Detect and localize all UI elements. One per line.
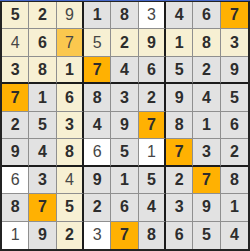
cell-r8c3[interactable]: 5 [57, 194, 84, 221]
cell-r1c5[interactable]: 8 [111, 2, 138, 29]
cell-r2c5[interactable]: 2 [111, 29, 138, 56]
cell-r9c4[interactable]: 3 [84, 222, 111, 249]
cell-r2c3[interactable]: 7 [57, 29, 84, 56]
cell-r1c1[interactable]: 5 [2, 2, 29, 29]
cell-r2c9[interactable]: 3 [221, 29, 248, 56]
cell-r3c8[interactable]: 2 [193, 57, 220, 84]
cell-r3c4[interactable]: 7 [84, 57, 111, 84]
cell-r4c5[interactable]: 3 [111, 84, 138, 111]
cell-r9c3[interactable]: 2 [57, 222, 84, 249]
cell-r8c2[interactable]: 7 [29, 194, 56, 221]
cell-r6c3[interactable]: 8 [57, 139, 84, 166]
cell-r6c5[interactable]: 5 [111, 139, 138, 166]
cell-r3c1[interactable]: 3 [2, 57, 29, 84]
cell-r1c9[interactable]: 7 [221, 2, 248, 29]
cell-r3c3[interactable]: 1 [57, 57, 84, 84]
cell-r7c8[interactable]: 7 [193, 167, 220, 194]
cell-r2c2[interactable]: 6 [29, 29, 56, 56]
cell-r7c4[interactable]: 9 [84, 167, 111, 194]
cell-r3c2[interactable]: 8 [29, 57, 56, 84]
cell-r4c6[interactable]: 2 [139, 84, 166, 111]
cell-r8c7[interactable]: 3 [166, 194, 193, 221]
cell-r6c9[interactable]: 2 [221, 139, 248, 166]
cell-r5c1[interactable]: 2 [2, 112, 29, 139]
cell-r5c9[interactable]: 6 [221, 112, 248, 139]
cell-r1c3[interactable]: 9 [57, 2, 84, 29]
cell-r4c4[interactable]: 8 [84, 84, 111, 111]
cell-r6c8[interactable]: 3 [193, 139, 220, 166]
cell-r4c3[interactable]: 6 [57, 84, 84, 111]
cell-r7c6[interactable]: 5 [139, 167, 166, 194]
cell-r2c1[interactable]: 4 [2, 29, 29, 56]
cell-r1c2[interactable]: 2 [29, 2, 56, 29]
cell-r8c4[interactable]: 2 [84, 194, 111, 221]
cell-r3c6[interactable]: 6 [139, 57, 166, 84]
cell-r7c9[interactable]: 8 [221, 167, 248, 194]
cell-r2c6[interactable]: 9 [139, 29, 166, 56]
cell-r5c7[interactable]: 8 [166, 112, 193, 139]
cell-r8c6[interactable]: 4 [139, 194, 166, 221]
cell-r9c1[interactable]: 1 [2, 222, 29, 249]
cell-r4c2[interactable]: 1 [29, 84, 56, 111]
cell-r7c5[interactable]: 1 [111, 167, 138, 194]
window-top-edge-accent [0, 0, 250, 1]
cell-r1c4[interactable]: 1 [84, 2, 111, 29]
cell-r1c8[interactable]: 6 [193, 2, 220, 29]
cell-r3c9[interactable]: 9 [221, 57, 248, 84]
cell-r3c7[interactable]: 5 [166, 57, 193, 84]
cell-r5c6[interactable]: 7 [139, 112, 166, 139]
cell-r8c8[interactable]: 9 [193, 194, 220, 221]
cell-r7c3[interactable]: 4 [57, 167, 84, 194]
cell-r5c3[interactable]: 3 [57, 112, 84, 139]
cell-r9c6[interactable]: 8 [139, 222, 166, 249]
cell-r2c8[interactable]: 8 [193, 29, 220, 56]
cell-r6c2[interactable]: 4 [29, 139, 56, 166]
cell-r9c9[interactable]: 4 [221, 222, 248, 249]
cell-r9c2[interactable]: 9 [29, 222, 56, 249]
cell-r4c9[interactable]: 5 [221, 84, 248, 111]
cell-r3c5[interactable]: 4 [111, 57, 138, 84]
cell-r4c8[interactable]: 4 [193, 84, 220, 111]
cell-r9c5[interactable]: 7 [111, 222, 138, 249]
cell-r8c1[interactable]: 8 [2, 194, 29, 221]
cell-r9c8[interactable]: 5 [193, 222, 220, 249]
sudoku-board: 5291834674675291833817465297168329452534… [0, 0, 250, 251]
cell-r8c5[interactable]: 6 [111, 194, 138, 221]
cell-r5c5[interactable]: 9 [111, 112, 138, 139]
cell-r4c1[interactable]: 7 [2, 84, 29, 111]
cell-r9c7[interactable]: 6 [166, 222, 193, 249]
cell-r6c1[interactable]: 9 [2, 139, 29, 166]
cell-r6c4[interactable]: 6 [84, 139, 111, 166]
cell-r5c8[interactable]: 1 [193, 112, 220, 139]
cell-r7c7[interactable]: 2 [166, 167, 193, 194]
cell-r7c2[interactable]: 3 [29, 167, 56, 194]
cell-r1c7[interactable]: 4 [166, 2, 193, 29]
cell-r7c1[interactable]: 6 [2, 167, 29, 194]
cell-r5c2[interactable]: 5 [29, 112, 56, 139]
cell-r4c7[interactable]: 9 [166, 84, 193, 111]
cell-r6c7[interactable]: 7 [166, 139, 193, 166]
cell-r6c6[interactable]: 1 [139, 139, 166, 166]
cell-r5c4[interactable]: 4 [84, 112, 111, 139]
cell-r1c6[interactable]: 3 [139, 2, 166, 29]
cell-r8c9[interactable]: 1 [221, 194, 248, 221]
cell-r2c7[interactable]: 1 [166, 29, 193, 56]
cell-r2c4[interactable]: 5 [84, 29, 111, 56]
